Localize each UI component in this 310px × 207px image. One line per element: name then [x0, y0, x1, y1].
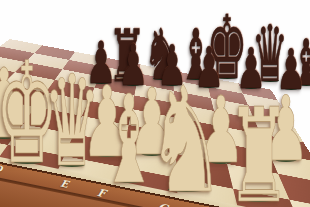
white-knight: ♞ [147, 67, 226, 207]
white-queen: ♛ [44, 59, 100, 185]
chess-photo: D E F G ♚♞♝♜♛♟♟♟♝♟♟♟♟♟♟♟♚♟♛♝♞♜ [0, 0, 310, 207]
white-rook: ♜ [227, 91, 291, 207]
